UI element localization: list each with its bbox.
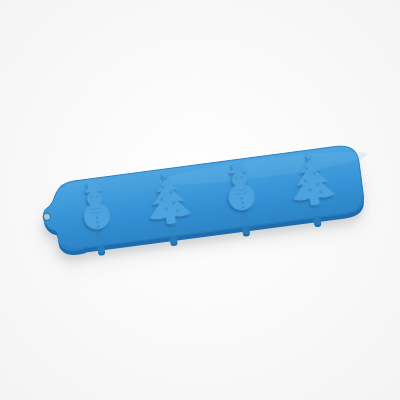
product-photo [0, 0, 400, 400]
product-photo-stage [0, 0, 400, 400]
